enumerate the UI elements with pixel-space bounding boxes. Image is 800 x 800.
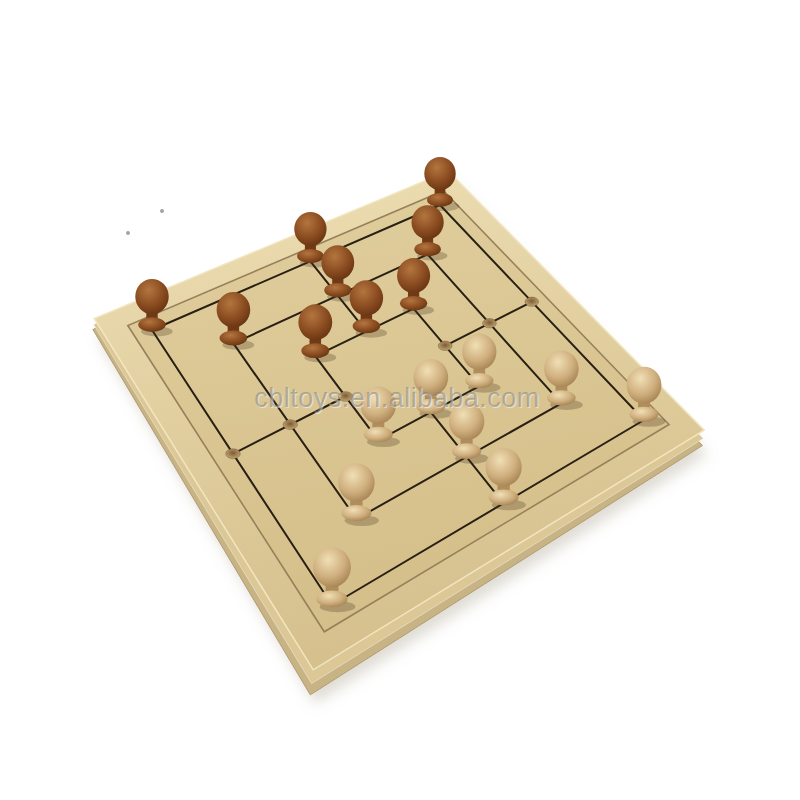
point-d6[interactable]: [483, 319, 497, 328]
peg-base: [220, 331, 248, 346]
peg-head: [313, 547, 351, 587]
peg-base: [297, 249, 324, 263]
peg-base: [138, 317, 166, 332]
peg-base: [353, 319, 381, 334]
peg-base: [427, 193, 453, 207]
peg-base: [414, 242, 441, 256]
peg-base: [489, 489, 519, 505]
peg-base: [416, 399, 445, 414]
peg-head: [544, 350, 579, 387]
peg-head: [350, 280, 383, 315]
peg-base: [465, 373, 493, 388]
peg-head: [413, 359, 448, 396]
peg-base: [324, 283, 351, 297]
peg-head: [217, 292, 251, 328]
dust-speck: [160, 209, 164, 213]
peg-base: [316, 591, 347, 608]
peg-head: [298, 304, 332, 340]
peg-head: [462, 334, 496, 370]
peg-head: [397, 258, 430, 293]
peg-base: [452, 443, 481, 459]
point-d3[interactable]: [338, 392, 352, 402]
peg-head: [338, 463, 374, 502]
peg-base: [301, 343, 329, 358]
dust-speck: [126, 231, 130, 235]
point-d1[interactable]: [226, 449, 241, 459]
point-d2[interactable]: [283, 420, 297, 430]
point-d5[interactable]: [438, 341, 452, 351]
peg-head: [627, 367, 662, 404]
peg-base: [364, 427, 393, 443]
peg-head: [294, 212, 326, 246]
peg-base: [400, 296, 427, 311]
peg-head: [424, 157, 455, 190]
peg-head: [321, 245, 354, 280]
peg-head: [361, 386, 396, 423]
peg-base: [341, 505, 371, 521]
peg-base: [630, 407, 659, 422]
peg-head: [135, 279, 168, 314]
product-photo-scene: cbltoys.en.alibaba.com: [0, 0, 800, 800]
peg-head: [411, 205, 443, 239]
morris-board: [0, 0, 800, 800]
peg-head: [449, 403, 484, 441]
peg-head: [485, 448, 521, 486]
point-d7[interactable]: [525, 297, 539, 306]
peg-base: [547, 390, 575, 405]
